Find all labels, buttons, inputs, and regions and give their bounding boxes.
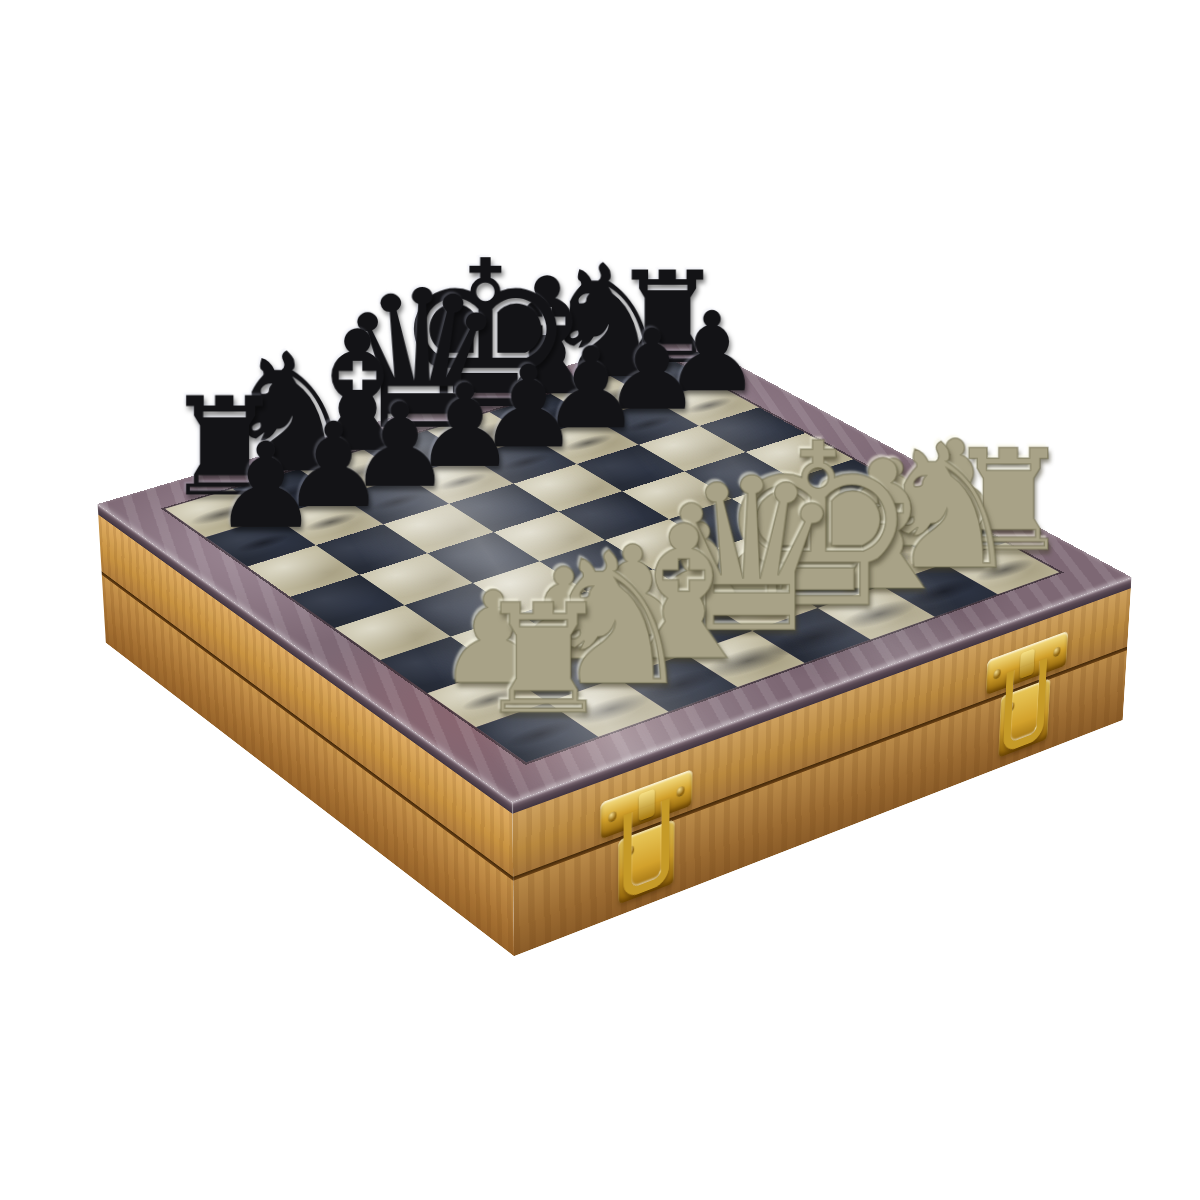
latch-screw (677, 785, 685, 796)
piece-glyph: ♟ (155, 426, 376, 544)
chess-box-set: ♜♞♝♛♚♝♞♜♟♟♟♟♟♟♟♟♟♟♟♟♟♟♟♟♜♞♝♛♚♝♞♜ (98, 333, 1132, 802)
piece-glyph: ♜ (422, 585, 664, 737)
product-photo-scene: ♜♞♝♛♚♝♞♜♟♟♟♟♟♟♟♟♟♟♟♟♟♟♟♟♜♞♝♛♚♝♞♜ (0, 0, 1200, 1200)
latch-screw (608, 810, 616, 822)
latch-screw (1053, 646, 1060, 657)
latch-screw (993, 668, 1000, 679)
